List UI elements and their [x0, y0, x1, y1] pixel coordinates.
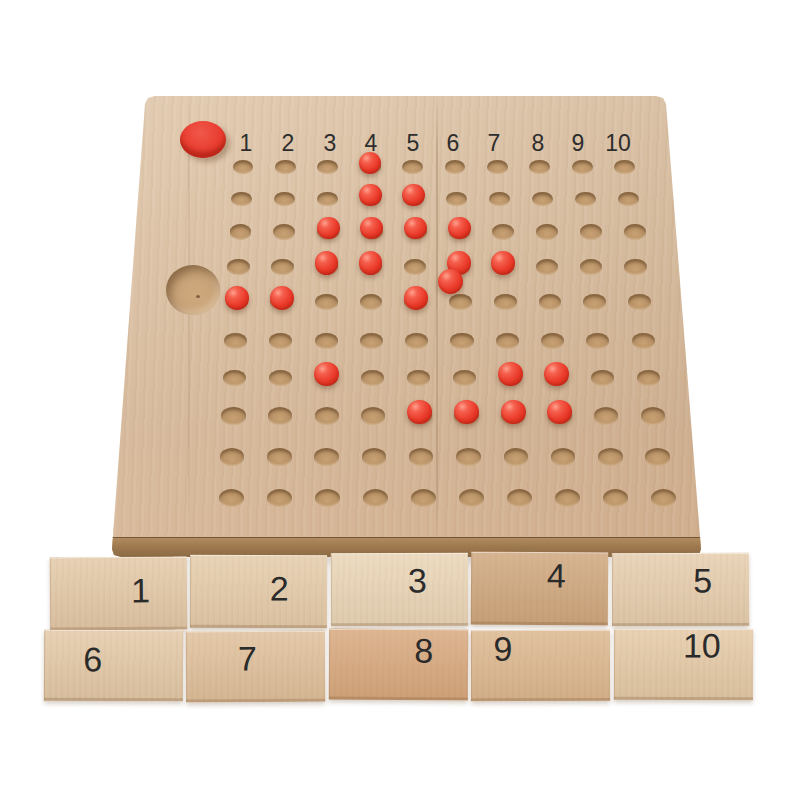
tile-5[interactable]: 5	[611, 553, 749, 626]
hole-r6c8[interactable]	[541, 333, 564, 349]
hole-r3c9[interactable]	[580, 224, 602, 239]
tile-4[interactable]: 4	[471, 552, 609, 626]
bead-r2c4[interactable]	[359, 184, 381, 206]
hole-r1c5[interactable]	[402, 160, 423, 175]
tile-label-1: 1	[131, 571, 150, 610]
hole-r5c9[interactable]	[583, 294, 606, 310]
hole-r8c2[interactable]	[268, 407, 292, 424]
hole-r7c6[interactable]	[453, 370, 477, 387]
hole-r10c2[interactable]	[267, 489, 292, 507]
tile-label-8: 8	[414, 632, 433, 671]
hole-r9c5[interactable]	[409, 448, 434, 466]
scene: 12345678910 12345 678910	[0, 0, 800, 800]
hole-r3c1[interactable]	[230, 224, 252, 239]
hole-r1c6[interactable]	[445, 160, 466, 175]
hole-r5c4[interactable]	[360, 294, 383, 310]
hole-r5c6[interactable]	[449, 294, 472, 310]
bead-r5c2[interactable]	[270, 286, 294, 310]
hole-r3c10[interactable]	[624, 224, 646, 239]
column-label-2: 2	[282, 130, 295, 157]
loose-bead-1[interactable]	[438, 269, 463, 294]
tile-label-4: 4	[547, 557, 566, 596]
tile-label-2: 2	[270, 569, 289, 608]
hole-r5c10[interactable]	[628, 294, 651, 310]
bead-r4c4[interactable]	[359, 251, 382, 274]
tile-3[interactable]: 3	[331, 553, 469, 627]
tile-2[interactable]: 2	[190, 555, 328, 628]
hole-r4c5[interactable]	[404, 259, 426, 275]
hole-r7c1[interactable]	[223, 370, 247, 387]
hole-r1c2[interactable]	[275, 160, 296, 175]
hole-r3c7[interactable]	[492, 224, 514, 239]
tile-9[interactable]: 9	[471, 630, 611, 701]
hole-r9c8[interactable]	[551, 448, 576, 466]
hole-r8c9[interactable]	[594, 407, 618, 424]
bead-tray-recess[interactable]	[166, 265, 220, 315]
hole-r10c5[interactable]	[411, 489, 436, 507]
hole-r10c4[interactable]	[363, 489, 388, 507]
column-label-6: 6	[447, 130, 460, 157]
hole-r2c2[interactable]	[274, 192, 295, 207]
bead-board: 12345678910	[100, 88, 712, 560]
hole-r9c3[interactable]	[314, 448, 339, 466]
hole-r1c9[interactable]	[572, 160, 593, 175]
hole-r8c3[interactable]	[315, 407, 339, 424]
hole-r8c4[interactable]	[361, 407, 385, 424]
hole-r1c3[interactable]	[317, 160, 338, 175]
hole-r2c9[interactable]	[575, 192, 596, 207]
hole-r9c9[interactable]	[598, 448, 623, 466]
hole-r1c10[interactable]	[614, 160, 635, 175]
hole-r6c3[interactable]	[315, 333, 338, 349]
hole-r10c3[interactable]	[315, 489, 340, 507]
hole-r2c1[interactable]	[231, 192, 252, 207]
hole-r2c7[interactable]	[489, 192, 510, 207]
tile-7[interactable]: 7	[186, 631, 326, 703]
hole-r4c1[interactable]	[227, 259, 249, 275]
hole-r2c6[interactable]	[446, 192, 467, 207]
tile-label-3: 3	[408, 561, 427, 600]
column-label-5: 5	[407, 130, 420, 157]
hole-r5c7[interactable]	[494, 294, 517, 310]
tile-10[interactable]: 10	[614, 629, 754, 700]
hole-r1c8[interactable]	[529, 160, 550, 175]
hole-r7c4[interactable]	[361, 370, 385, 387]
hole-r9c4[interactable]	[362, 448, 387, 466]
tile-row-top: 12345	[50, 555, 749, 628]
hole-r10c1[interactable]	[219, 489, 244, 507]
tile-6[interactable]: 6	[44, 630, 184, 702]
hole-r10c10[interactable]	[651, 489, 676, 507]
hole-r7c9[interactable]	[591, 370, 615, 387]
bead-r4c7[interactable]	[491, 251, 514, 274]
tile-1[interactable]: 1	[50, 556, 188, 630]
hole-r4c9[interactable]	[580, 259, 602, 275]
hole-r2c10[interactable]	[618, 192, 639, 207]
bead-r4c3[interactable]	[315, 251, 338, 274]
bead-r8c7[interactable]	[501, 400, 526, 425]
column-label-1: 1	[240, 130, 253, 157]
column-label-7: 7	[488, 130, 501, 157]
hole-r4c2[interactable]	[271, 259, 293, 275]
hole-r9c7[interactable]	[504, 448, 529, 466]
hole-r4c10[interactable]	[624, 259, 646, 275]
hole-r7c2[interactable]	[269, 370, 293, 387]
hole-r10c8[interactable]	[555, 489, 580, 507]
tile-label-7: 7	[238, 639, 257, 678]
hole-r1c7[interactable]	[487, 160, 508, 175]
hole-r6c1[interactable]	[224, 333, 247, 349]
tile-label-6: 6	[83, 640, 102, 679]
hole-r6c7[interactable]	[496, 333, 519, 349]
red-marker-disc[interactable]	[180, 121, 226, 158]
hole-r8c1[interactable]	[221, 407, 245, 424]
wood-seam-center	[436, 88, 438, 540]
bead-r7c3[interactable]	[314, 362, 339, 387]
column-label-8: 8	[532, 130, 545, 157]
hole-r6c5[interactable]	[405, 333, 428, 349]
bead-r8c6[interactable]	[454, 400, 479, 425]
hole-r9c6[interactable]	[456, 448, 481, 466]
hole-r10c9[interactable]	[603, 489, 628, 507]
tile-row-bottom: 678910	[44, 630, 753, 701]
hole-r9c2[interactable]	[267, 448, 292, 466]
hole-r6c10[interactable]	[632, 333, 655, 349]
bead-r3c6[interactable]	[448, 217, 471, 240]
hole-r4c8[interactable]	[536, 259, 558, 275]
tile-label-10: 10	[683, 627, 721, 666]
hole-r7c5[interactable]	[407, 370, 431, 387]
hole-r6c4[interactable]	[360, 333, 383, 349]
hole-r5c3[interactable]	[315, 294, 338, 310]
bead-r3c3[interactable]	[317, 217, 340, 240]
tile-label-9: 9	[494, 630, 513, 669]
hole-r1c1[interactable]	[233, 160, 254, 175]
hole-r10c6[interactable]	[459, 489, 484, 507]
hole-r6c2[interactable]	[269, 333, 292, 349]
hole-r3c2[interactable]	[273, 224, 295, 239]
bead-r7c8[interactable]	[544, 362, 569, 387]
hole-r10c7[interactable]	[507, 489, 532, 507]
hole-r2c8[interactable]	[532, 192, 553, 207]
hole-r2c3[interactable]	[317, 192, 338, 207]
bead-r7c7[interactable]	[498, 362, 523, 387]
hole-r5c8[interactable]	[539, 294, 562, 310]
bead-r5c5[interactable]	[404, 286, 428, 310]
hole-r6c6[interactable]	[450, 333, 473, 349]
hole-r3c8[interactable]	[536, 224, 558, 239]
hole-r6c9[interactable]	[586, 333, 609, 349]
column-label-3: 3	[324, 130, 337, 157]
hole-r8c10[interactable]	[641, 407, 665, 424]
hole-r9c1[interactable]	[220, 448, 245, 466]
hole-r9c10[interactable]	[645, 448, 670, 466]
column-label-9: 9	[572, 130, 585, 157]
bead-r5c1[interactable]	[225, 286, 249, 310]
column-label-10: 10	[605, 130, 631, 157]
hole-r7c10[interactable]	[637, 370, 661, 387]
tile-label-5: 5	[693, 561, 712, 600]
bead-r2c5[interactable]	[402, 184, 424, 206]
tile-8[interactable]: 8	[329, 629, 469, 701]
